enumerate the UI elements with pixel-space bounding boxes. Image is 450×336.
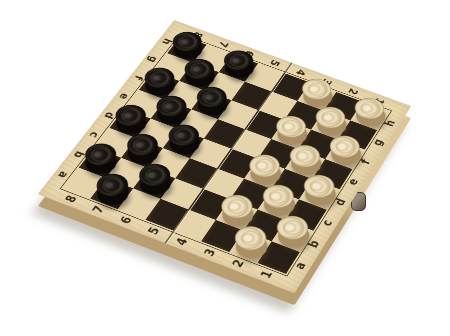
rank-label-4-left: 4 — [175, 237, 190, 247]
checkers-set-photo: aabbccddeeffgghh1122334455667788 — [0, 0, 450, 336]
rank-label-7-left: 7 — [92, 205, 107, 215]
file-label-d-near: d — [334, 197, 349, 207]
rank-label-2-left: 2 — [231, 259, 246, 269]
file-label-f-far: f — [132, 74, 145, 81]
file-label-g-near: g — [371, 138, 385, 147]
game-board: aabbccddeeffgghh1122334455667788 — [38, 20, 411, 293]
rank-label-3-left: 3 — [203, 248, 218, 258]
rank-label-1-left: 1 — [260, 270, 275, 280]
file-label-c-near: c — [321, 219, 335, 228]
file-label-h-near: h — [384, 119, 398, 128]
file-label-b-near: b — [307, 239, 322, 249]
file-label-g-far: g — [146, 55, 160, 64]
file-label-a-far: a — [55, 170, 70, 180]
file-label-c-far: c — [87, 130, 101, 139]
rank-label-2-right: 2 — [346, 87, 360, 96]
rank-label-6-left: 6 — [119, 215, 134, 225]
file-label-a-near: a — [294, 261, 309, 271]
file-label-f-near: f — [360, 158, 373, 165]
file-label-e-far: e — [117, 92, 131, 101]
rank-label-8-left: 8 — [64, 194, 79, 204]
rank-label-4-right: 4 — [294, 68, 308, 77]
rank-label-5-left: 5 — [147, 226, 162, 236]
rank-label-5-right: 5 — [268, 59, 282, 68]
file-label-e-near: e — [347, 177, 361, 186]
rank-label-7-right: 7 — [216, 40, 230, 49]
